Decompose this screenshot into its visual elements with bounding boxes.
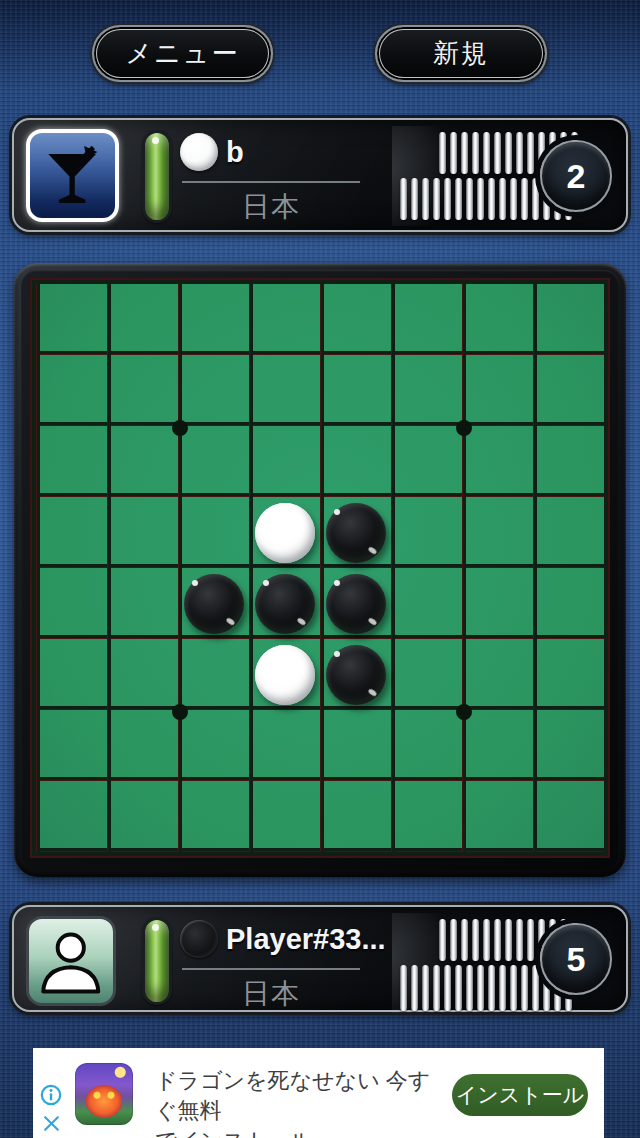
player-panel-black: Player#33... 日本 5 <box>12 905 628 1012</box>
ad-headline-line1: ドラゴンを死なせない 今すぐ無料 <box>155 1066 445 1126</box>
tray-disc-edge <box>494 132 501 174</box>
cell-g5[interactable] <box>462 568 533 639</box>
othello-app-screen: メニュー 新規 b 日本 2 <box>0 0 640 1138</box>
tray-disc-edge <box>477 965 484 1011</box>
tray-disc-edge <box>455 178 462 220</box>
tray-disc-edge <box>477 178 484 220</box>
cell-h2[interactable] <box>533 355 604 426</box>
menu-button[interactable]: メニュー <box>92 25 273 82</box>
cell-a1[interactable] <box>36 284 107 355</box>
cell-g8[interactable] <box>462 781 533 852</box>
cell-h7[interactable] <box>533 710 604 781</box>
cell-e2[interactable] <box>320 355 391 426</box>
cell-b5[interactable] <box>107 568 178 639</box>
cell-a4[interactable] <box>36 497 107 568</box>
cell-c3[interactable] <box>178 426 249 497</box>
cell-a5[interactable] <box>36 568 107 639</box>
othello-board <box>14 263 626 877</box>
tray-disc-edge <box>505 919 512 961</box>
cell-h1[interactable] <box>533 284 604 355</box>
tray-disc-edge <box>411 965 418 1011</box>
tray-disc-edge <box>466 965 473 1011</box>
player-panel-white: b 日本 2 <box>12 118 628 232</box>
cell-g4[interactable] <box>462 497 533 568</box>
tray-disc-edge <box>488 965 495 1011</box>
tray-disc-edge <box>505 132 512 174</box>
tray-disc-edge <box>400 178 407 220</box>
tray-disc-edge <box>450 919 457 961</box>
tray-disc-edge <box>444 178 451 220</box>
tray-disc-edge <box>450 132 457 174</box>
black-player-name: Player#33... <box>226 923 386 956</box>
tray-disc-edge <box>422 178 429 220</box>
new-game-button[interactable]: 新規 <box>375 25 547 82</box>
cell-d6[interactable] <box>249 639 320 710</box>
divider <box>182 181 360 183</box>
cell-e6[interactable] <box>320 639 391 710</box>
cell-c5[interactable] <box>178 568 249 639</box>
tray-disc-edge <box>466 178 473 220</box>
white-score-badge: 2 <box>540 140 612 212</box>
tray-disc-edge <box>472 132 479 174</box>
tray-disc-edge <box>521 965 528 1011</box>
tray-disc-edge <box>510 178 517 220</box>
tray-disc-edge <box>433 965 440 1011</box>
cell-h6[interactable] <box>533 639 604 710</box>
cell-e3[interactable] <box>320 426 391 497</box>
black-disc-d5 <box>255 574 315 634</box>
tray-disc-edge <box>532 965 539 1011</box>
cell-e4[interactable] <box>320 497 391 568</box>
person-silhouette-icon <box>38 928 104 994</box>
tray-disc-edge <box>483 132 490 174</box>
ad-headline-line2: でインストール <box>155 1126 445 1138</box>
cell-g6[interactable] <box>462 639 533 710</box>
ad-headline[interactable]: ドラゴンを死なせない 今すぐ無料 でインストール <box>155 1066 445 1138</box>
cell-a6[interactable] <box>36 639 107 710</box>
tray-disc-edge <box>411 178 418 220</box>
tray-disc-edge <box>455 965 462 1011</box>
ad-install-button[interactable]: インストール <box>452 1074 588 1116</box>
tray-disc-edge <box>527 132 534 174</box>
cell-a3[interactable] <box>36 426 107 497</box>
cell-f2[interactable] <box>391 355 462 426</box>
black-disc-c5 <box>184 574 244 634</box>
cell-d4[interactable] <box>249 497 320 568</box>
cell-d7[interactable] <box>249 710 320 781</box>
tray-disc-edge <box>494 919 501 961</box>
cell-b4[interactable] <box>107 497 178 568</box>
tray-disc-edge <box>444 965 451 1011</box>
cell-c1[interactable] <box>178 284 249 355</box>
cell-e1[interactable] <box>320 284 391 355</box>
cell-b6[interactable] <box>107 639 178 710</box>
black-score-badge: 5 <box>540 923 612 995</box>
cell-c8[interactable] <box>178 781 249 852</box>
ad-app-icon[interactable] <box>75 1063 133 1125</box>
time-remaining-bar <box>142 917 172 1005</box>
white-disc-icon <box>180 133 218 171</box>
cocktail-glass-icon <box>39 142 105 208</box>
cell-f4[interactable] <box>391 497 462 568</box>
tray-disc-edge <box>439 132 446 174</box>
tray-disc-edge <box>488 178 495 220</box>
cell-d3[interactable] <box>249 426 320 497</box>
black-player-country: 日本 <box>182 975 360 1013</box>
tray-disc-edge <box>532 178 539 220</box>
tray-disc-edge <box>516 919 523 961</box>
time-remaining-bar <box>142 130 172 223</box>
board-grid <box>36 284 604 852</box>
cell-c6[interactable] <box>178 639 249 710</box>
white-player-avatar[interactable] <box>26 129 119 222</box>
cell-b1[interactable] <box>107 284 178 355</box>
ad-info-icon[interactable] <box>40 1084 62 1106</box>
cell-h5[interactable] <box>533 568 604 639</box>
cell-b3[interactable] <box>107 426 178 497</box>
black-player-avatar[interactable] <box>26 916 116 1006</box>
cell-f1[interactable] <box>391 284 462 355</box>
board-surface <box>36 284 604 852</box>
tray-disc-edge <box>516 132 523 174</box>
cell-d8[interactable] <box>249 781 320 852</box>
cell-e8[interactable] <box>320 781 391 852</box>
tray-disc-edge <box>499 965 506 1011</box>
cell-b8[interactable] <box>107 781 178 852</box>
cell-h8[interactable] <box>533 781 604 852</box>
tray-disc-edge <box>461 919 468 961</box>
cell-h4[interactable] <box>533 497 604 568</box>
tray-disc-edge <box>483 919 490 961</box>
cell-f8[interactable] <box>391 781 462 852</box>
tray-disc-edge <box>439 919 446 961</box>
cell-f3[interactable] <box>391 426 462 497</box>
cell-e5[interactable] <box>320 568 391 639</box>
cell-a2[interactable] <box>36 355 107 426</box>
cell-c7[interactable] <box>178 710 249 781</box>
white-disc-d4 <box>255 503 315 563</box>
black-disc-e6 <box>326 645 386 705</box>
cell-a8[interactable] <box>36 781 107 852</box>
tray-disc-edge <box>499 178 506 220</box>
tray-disc-edge <box>422 965 429 1011</box>
tray-disc-edge <box>461 132 468 174</box>
tray-disc-edge <box>400 965 407 1011</box>
cell-c2[interactable] <box>178 355 249 426</box>
cell-h3[interactable] <box>533 426 604 497</box>
white-disc-d6 <box>255 645 315 705</box>
cell-g1[interactable] <box>462 284 533 355</box>
cell-c4[interactable] <box>178 497 249 568</box>
divider <box>182 968 360 970</box>
white-score-value: 2 <box>567 157 586 196</box>
black-disc-e5 <box>326 574 386 634</box>
cell-a7[interactable] <box>36 710 107 781</box>
ad-banner: ドラゴンを死なせない 今すぐ無料 でインストール インストール <box>33 1048 604 1138</box>
cell-b7[interactable] <box>107 710 178 781</box>
cell-d5[interactable] <box>249 568 320 639</box>
cell-f7[interactable] <box>391 710 462 781</box>
cell-f6[interactable] <box>391 639 462 710</box>
black-score-value: 5 <box>567 940 586 979</box>
cell-g7[interactable] <box>462 710 533 781</box>
tray-disc-edge <box>527 919 534 961</box>
cell-e7[interactable] <box>320 710 391 781</box>
cell-d2[interactable] <box>249 355 320 426</box>
black-disc-icon <box>180 920 218 958</box>
cell-f5[interactable] <box>391 568 462 639</box>
tray-disc-edge <box>472 919 479 961</box>
tray-disc-edge <box>510 965 517 1011</box>
cell-g3[interactable] <box>462 426 533 497</box>
white-player-country: 日本 <box>182 188 360 226</box>
black-disc-e4 <box>326 503 386 563</box>
cell-d1[interactable] <box>249 284 320 355</box>
white-player-name: b <box>226 136 244 169</box>
tray-disc-edge <box>521 178 528 220</box>
cell-g2[interactable] <box>462 355 533 426</box>
ad-close-icon[interactable] <box>42 1114 61 1133</box>
cell-b2[interactable] <box>107 355 178 426</box>
tray-disc-edge <box>433 178 440 220</box>
